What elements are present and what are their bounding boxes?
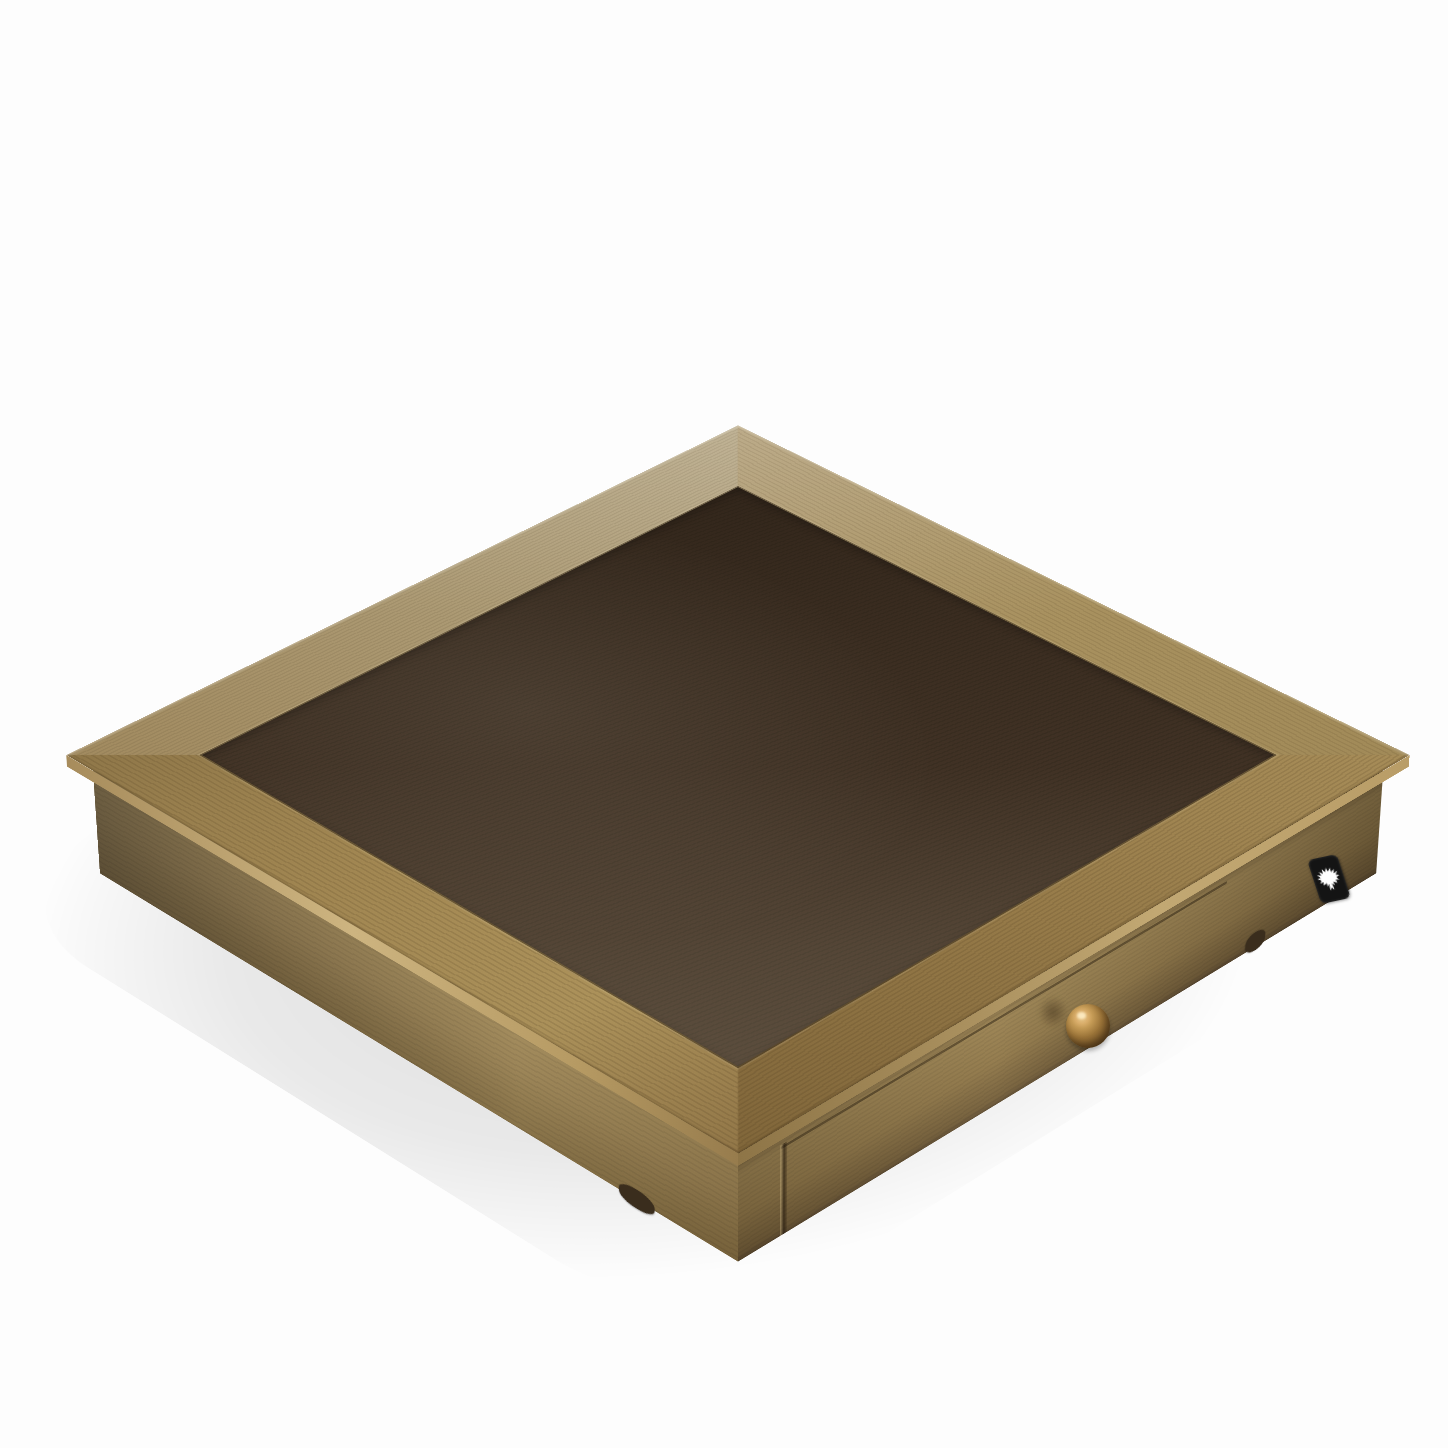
eagle-phoenix-icon	[1314, 862, 1345, 895]
chess-board-box	[66, 425, 1410, 1153]
scene	[0, 0, 1448, 1448]
product-photo-stage	[0, 0, 1448, 1448]
drawer-seam-side	[780, 1141, 787, 1236]
drawer-knob	[1066, 1004, 1110, 1048]
